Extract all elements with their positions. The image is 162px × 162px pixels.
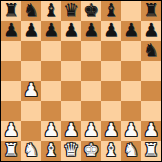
piece-white-pawn[interactable]: ♟ <box>23 81 39 100</box>
square-h7[interactable]: ♟ <box>141 21 161 41</box>
square-g4[interactable] <box>121 81 141 101</box>
square-e3[interactable] <box>81 101 101 121</box>
square-f4[interactable] <box>101 81 121 101</box>
piece-white-pawn[interactable]: ♟ <box>83 121 99 140</box>
square-h1[interactable]: ♜ <box>141 141 161 161</box>
square-c5[interactable] <box>41 61 61 81</box>
square-e2[interactable]: ♟ <box>81 121 101 141</box>
chess-board-frame: ♜♞♝♛♚♝♜♟♟♟♟♟♟♟♟♞♟♟♟♟♟♟♟♟♜♞♝♛♚♝♞♜ <box>0 0 162 162</box>
piece-black-pawn[interactable]: ♟ <box>83 21 99 40</box>
piece-white-bishop[interactable]: ♝ <box>43 141 59 160</box>
piece-black-rook[interactable]: ♜ <box>3 1 19 20</box>
square-h6[interactable]: ♞ <box>141 41 161 61</box>
square-d7[interactable]: ♟ <box>61 21 81 41</box>
square-c7[interactable]: ♟ <box>41 21 61 41</box>
square-h4[interactable] <box>141 81 161 101</box>
square-e6[interactable] <box>81 41 101 61</box>
square-g1[interactable]: ♞ <box>121 141 141 161</box>
square-c6[interactable] <box>41 41 61 61</box>
piece-black-bishop[interactable]: ♝ <box>43 1 59 20</box>
piece-black-pawn[interactable]: ♟ <box>63 21 79 40</box>
square-a3[interactable] <box>1 101 21 121</box>
square-d4[interactable] <box>61 81 81 101</box>
square-e5[interactable] <box>81 61 101 81</box>
square-d8[interactable]: ♛ <box>61 1 81 21</box>
square-h8[interactable]: ♜ <box>141 1 161 21</box>
square-c8[interactable]: ♝ <box>41 1 61 21</box>
square-b4[interactable]: ♟ <box>21 81 41 101</box>
square-g7[interactable]: ♟ <box>121 21 141 41</box>
square-a1[interactable]: ♜ <box>1 141 21 161</box>
square-f3[interactable] <box>101 101 121 121</box>
piece-white-pawn[interactable]: ♟ <box>143 121 159 140</box>
square-f2[interactable]: ♟ <box>101 121 121 141</box>
piece-black-pawn[interactable]: ♟ <box>123 21 139 40</box>
square-h5[interactable] <box>141 61 161 81</box>
square-e1[interactable]: ♚ <box>81 141 101 161</box>
square-a4[interactable] <box>1 81 21 101</box>
square-b3[interactable] <box>21 101 41 121</box>
square-b2[interactable] <box>21 121 41 141</box>
piece-white-king[interactable]: ♚ <box>83 141 99 160</box>
square-g3[interactable] <box>121 101 141 121</box>
square-a5[interactable] <box>1 61 21 81</box>
square-d3[interactable] <box>61 101 81 121</box>
square-c4[interactable] <box>41 81 61 101</box>
piece-black-rook[interactable]: ♜ <box>143 1 159 20</box>
piece-white-pawn[interactable]: ♟ <box>103 121 119 140</box>
square-h2[interactable]: ♟ <box>141 121 161 141</box>
square-g8[interactable] <box>121 1 141 21</box>
piece-black-knight[interactable]: ♞ <box>23 1 39 20</box>
piece-black-queen[interactable]: ♛ <box>63 1 79 20</box>
piece-white-rook[interactable]: ♜ <box>3 141 19 160</box>
piece-white-pawn[interactable]: ♟ <box>43 121 59 140</box>
piece-white-pawn[interactable]: ♟ <box>63 121 79 140</box>
square-c3[interactable] <box>41 101 61 121</box>
square-b5[interactable] <box>21 61 41 81</box>
piece-black-pawn[interactable]: ♟ <box>3 21 19 40</box>
square-a2[interactable]: ♟ <box>1 121 21 141</box>
square-a7[interactable]: ♟ <box>1 21 21 41</box>
square-d6[interactable] <box>61 41 81 61</box>
piece-white-knight[interactable]: ♞ <box>23 141 39 160</box>
square-f6[interactable] <box>101 41 121 61</box>
chess-board: ♜♞♝♛♚♝♜♟♟♟♟♟♟♟♟♞♟♟♟♟♟♟♟♟♜♞♝♛♚♝♞♜ <box>1 1 161 161</box>
square-e8[interactable]: ♚ <box>81 1 101 21</box>
square-h3[interactable] <box>141 101 161 121</box>
square-c1[interactable]: ♝ <box>41 141 61 161</box>
square-f7[interactable]: ♟ <box>101 21 121 41</box>
piece-black-king[interactable]: ♚ <box>83 1 99 20</box>
square-d5[interactable] <box>61 61 81 81</box>
square-g6[interactable] <box>121 41 141 61</box>
square-g2[interactable]: ♟ <box>121 121 141 141</box>
square-b8[interactable]: ♞ <box>21 1 41 21</box>
piece-black-pawn[interactable]: ♟ <box>103 21 119 40</box>
piece-white-rook[interactable]: ♜ <box>143 141 159 160</box>
piece-black-pawn[interactable]: ♟ <box>23 21 39 40</box>
square-d2[interactable]: ♟ <box>61 121 81 141</box>
square-b6[interactable] <box>21 41 41 61</box>
square-a8[interactable]: ♜ <box>1 1 21 21</box>
piece-black-pawn[interactable]: ♟ <box>143 21 159 40</box>
piece-black-knight[interactable]: ♞ <box>143 41 159 60</box>
piece-white-pawn[interactable]: ♟ <box>123 121 139 140</box>
square-f8[interactable]: ♝ <box>101 1 121 21</box>
square-f1[interactable]: ♝ <box>101 141 121 161</box>
piece-white-bishop[interactable]: ♝ <box>103 141 119 160</box>
square-b7[interactable]: ♟ <box>21 21 41 41</box>
square-g5[interactable] <box>121 61 141 81</box>
square-d1[interactable]: ♛ <box>61 141 81 161</box>
piece-black-bishop[interactable]: ♝ <box>103 1 119 20</box>
square-e7[interactable]: ♟ <box>81 21 101 41</box>
square-c2[interactable]: ♟ <box>41 121 61 141</box>
piece-white-pawn[interactable]: ♟ <box>3 121 19 140</box>
square-a6[interactable] <box>1 41 21 61</box>
piece-white-knight[interactable]: ♞ <box>123 141 139 160</box>
piece-white-queen[interactable]: ♛ <box>63 141 79 160</box>
square-f5[interactable] <box>101 61 121 81</box>
square-b1[interactable]: ♞ <box>21 141 41 161</box>
piece-black-pawn[interactable]: ♟ <box>43 21 59 40</box>
square-e4[interactable] <box>81 81 101 101</box>
